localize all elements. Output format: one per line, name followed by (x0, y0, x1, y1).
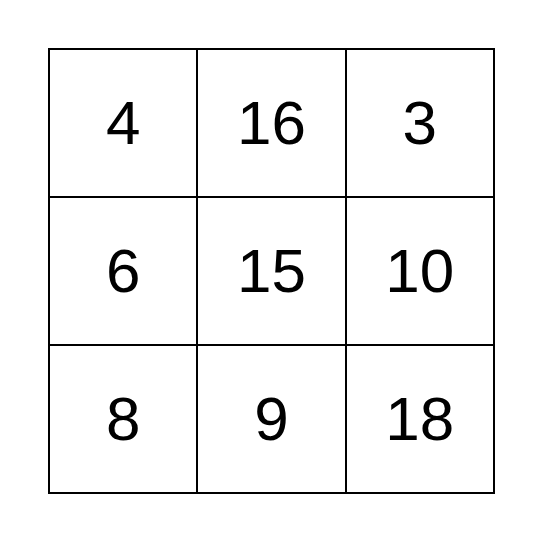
number-grid: 4 16 3 6 15 10 8 9 18 (48, 48, 495, 494)
cell-r3c1[interactable]: 8 (49, 345, 197, 493)
cell-r3c2[interactable]: 9 (197, 345, 345, 493)
cell-r1c1[interactable]: 4 (49, 49, 197, 197)
cell-r2c1[interactable]: 6 (49, 197, 197, 345)
cell-r1c3[interactable]: 3 (346, 49, 494, 197)
cell-r2c2[interactable]: 15 (197, 197, 345, 345)
cell-r2c3[interactable]: 10 (346, 197, 494, 345)
cell-r3c3[interactable]: 18 (346, 345, 494, 493)
cell-r1c2[interactable]: 16 (197, 49, 345, 197)
number-grid-canvas: 4 16 3 6 15 10 8 9 18 (0, 0, 544, 544)
